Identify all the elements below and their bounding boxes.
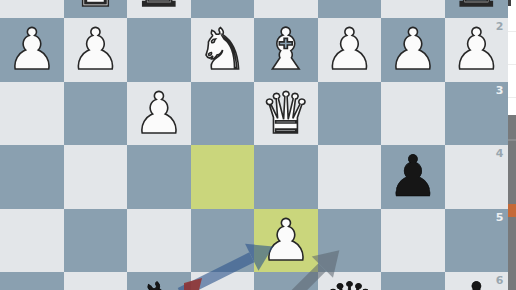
white-pawn-h2[interactable]: ♟ (0, 18, 64, 82)
rank-label-6: 6 (445, 272, 504, 287)
white-pawn-c2[interactable]: ♟ (318, 18, 382, 82)
move-list-separator (508, 97, 516, 98)
square-b3[interactable] (381, 82, 445, 146)
square-c4[interactable] (318, 145, 382, 209)
white-queen-d3[interactable]: ♛ (254, 82, 318, 146)
white-pawn-b2[interactable]: ♟ (381, 18, 445, 82)
black-queen-c6[interactable]: ♛ (318, 272, 382, 290)
white-pawn-f3[interactable]: ♟ (127, 82, 191, 146)
square-g4[interactable] (64, 145, 128, 209)
square-f5[interactable] (127, 209, 191, 273)
white-rook-f1[interactable]: ♜ (127, 0, 191, 18)
chess-board[interactable]: 23456♚♜♜♟♟♞♝♟♟♟♟♛♟♟♞♛♟ (0, 0, 508, 290)
square-h6[interactable] (0, 272, 64, 290)
white-knight-e2[interactable]: ♞ (191, 18, 255, 82)
square-c5[interactable] (318, 209, 382, 273)
square-c3[interactable] (318, 82, 382, 146)
chess-app-viewport: 23456♚♜♜♟♟♞♝♟♟♟♟♛♟♟♞♛♟ (0, 0, 516, 290)
square-e4[interactable] (191, 145, 255, 209)
white-bishop-d2[interactable]: ♝ (254, 18, 318, 82)
square-h5[interactable] (0, 209, 64, 273)
white-pawn-d5[interactable]: ♟ (254, 209, 318, 273)
square-g5[interactable] (64, 209, 128, 273)
move-list-separator (508, 31, 516, 32)
panel-top-notch (508, 0, 511, 6)
move-list-separator (508, 64, 516, 65)
square-h4[interactable] (0, 145, 64, 209)
black-knight-f6[interactable]: ♞ (127, 272, 191, 290)
square-d4[interactable] (254, 145, 318, 209)
scroll-rail-orange-marker (508, 204, 516, 217)
square-f4[interactable] (127, 145, 191, 209)
square-e6[interactable] (191, 272, 255, 290)
square-b5[interactable] (381, 209, 445, 273)
scroll-rail-line (508, 139, 516, 141)
scroll-rail[interactable] (508, 115, 516, 290)
square-e5[interactable] (191, 209, 255, 273)
square-h3[interactable] (0, 82, 64, 146)
square-g6[interactable] (64, 272, 128, 290)
rank-label-4: 4 (445, 145, 504, 160)
side-panel-edge (508, 0, 516, 290)
rank-label-5: 5 (445, 209, 504, 224)
square-g3[interactable] (64, 82, 128, 146)
square-b6[interactable] (381, 272, 445, 290)
square-f2[interactable] (127, 18, 191, 82)
rank-label-2: 2 (445, 18, 504, 33)
rank-label-3: 3 (445, 82, 504, 97)
square-e3[interactable] (191, 82, 255, 146)
square-d6[interactable] (254, 272, 318, 290)
black-pawn-b4[interactable]: ♟ (381, 145, 445, 209)
white-pawn-g2[interactable]: ♟ (64, 18, 128, 82)
